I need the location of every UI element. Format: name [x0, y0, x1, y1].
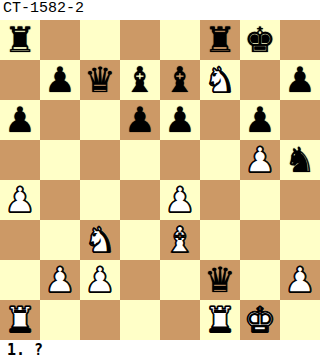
- black-king: ♚: [244, 20, 275, 60]
- square-f3[interactable]: [200, 220, 240, 260]
- square-b6[interactable]: [40, 100, 80, 140]
- square-f8[interactable]: ♜: [200, 20, 240, 60]
- black-pawn: ♟: [44, 60, 75, 100]
- square-f5[interactable]: [200, 140, 240, 180]
- white-knight: ♞: [204, 60, 235, 100]
- square-d5[interactable]: [120, 140, 160, 180]
- white-pawn: ♟: [4, 180, 35, 220]
- square-g3[interactable]: [240, 220, 280, 260]
- square-a7[interactable]: [0, 60, 40, 100]
- puzzle-id: CT-1582-2: [0, 0, 320, 20]
- white-knight: ♞: [84, 220, 115, 260]
- square-g1[interactable]: ♚: [240, 300, 280, 340]
- square-f2[interactable]: ♛: [200, 260, 240, 300]
- black-pawn: ♟: [4, 100, 35, 140]
- square-f6[interactable]: [200, 100, 240, 140]
- white-pawn: ♟: [244, 140, 275, 180]
- square-b3[interactable]: [40, 220, 80, 260]
- square-c7[interactable]: ♛: [80, 60, 120, 100]
- square-g6[interactable]: ♟: [240, 100, 280, 140]
- white-king: ♚: [244, 300, 275, 340]
- square-e5[interactable]: [160, 140, 200, 180]
- black-rook: ♜: [4, 20, 35, 60]
- move-prompt: 1. ?: [0, 340, 320, 360]
- square-h8[interactable]: [280, 20, 320, 60]
- square-b1[interactable]: [40, 300, 80, 340]
- square-d7[interactable]: ♝: [120, 60, 160, 100]
- square-c5[interactable]: [80, 140, 120, 180]
- square-e4[interactable]: ♟: [160, 180, 200, 220]
- square-d1[interactable]: [120, 300, 160, 340]
- square-b2[interactable]: ♟: [40, 260, 80, 300]
- square-h7[interactable]: ♟: [280, 60, 320, 100]
- square-h1[interactable]: [280, 300, 320, 340]
- square-f7[interactable]: ♞: [200, 60, 240, 100]
- square-a2[interactable]: [0, 260, 40, 300]
- square-f4[interactable]: [200, 180, 240, 220]
- square-d8[interactable]: [120, 20, 160, 60]
- square-d4[interactable]: [120, 180, 160, 220]
- square-h3[interactable]: [280, 220, 320, 260]
- white-pawn: ♟: [164, 180, 195, 220]
- square-b4[interactable]: [40, 180, 80, 220]
- square-c2[interactable]: ♟: [80, 260, 120, 300]
- square-g2[interactable]: [240, 260, 280, 300]
- white-rook: ♜: [4, 300, 35, 340]
- black-pawn: ♟: [164, 100, 195, 140]
- square-e6[interactable]: ♟: [160, 100, 200, 140]
- square-g5[interactable]: ♟: [240, 140, 280, 180]
- square-e3[interactable]: ♝: [160, 220, 200, 260]
- square-a4[interactable]: ♟: [0, 180, 40, 220]
- white-bishop: ♝: [164, 220, 195, 260]
- square-e8[interactable]: [160, 20, 200, 60]
- black-rook: ♜: [204, 20, 235, 60]
- square-h6[interactable]: [280, 100, 320, 140]
- black-pawn: ♟: [244, 100, 275, 140]
- square-g8[interactable]: ♚: [240, 20, 280, 60]
- square-g4[interactable]: [240, 180, 280, 220]
- square-d3[interactable]: [120, 220, 160, 260]
- square-a5[interactable]: [0, 140, 40, 180]
- square-a6[interactable]: ♟: [0, 100, 40, 140]
- square-c4[interactable]: [80, 180, 120, 220]
- square-b7[interactable]: ♟: [40, 60, 80, 100]
- square-a1[interactable]: ♜: [0, 300, 40, 340]
- square-c1[interactable]: [80, 300, 120, 340]
- square-e2[interactable]: [160, 260, 200, 300]
- square-c8[interactable]: [80, 20, 120, 60]
- black-pawn: ♟: [284, 60, 315, 100]
- black-queen: ♛: [84, 60, 115, 100]
- white-rook: ♜: [204, 300, 235, 340]
- chess-board: ♜♜♚♟♛♝♝♞♟♟♟♟♟♟♞♟♟♞♝♟♟♛♟♜♜♚: [0, 20, 320, 340]
- square-h5[interactable]: ♞: [280, 140, 320, 180]
- black-bishop: ♝: [124, 60, 155, 100]
- black-bishop: ♝: [164, 60, 195, 100]
- square-b5[interactable]: [40, 140, 80, 180]
- square-a3[interactable]: [0, 220, 40, 260]
- black-pawn: ♟: [124, 100, 155, 140]
- square-a8[interactable]: ♜: [0, 20, 40, 60]
- square-h2[interactable]: ♟: [280, 260, 320, 300]
- square-g7[interactable]: [240, 60, 280, 100]
- black-knight: ♞: [284, 140, 315, 180]
- black-queen: ♛: [204, 260, 235, 300]
- square-b8[interactable]: [40, 20, 80, 60]
- white-pawn: ♟: [84, 260, 115, 300]
- square-c3[interactable]: ♞: [80, 220, 120, 260]
- square-d2[interactable]: [120, 260, 160, 300]
- white-pawn: ♟: [44, 260, 75, 300]
- white-pawn: ♟: [284, 260, 315, 300]
- square-e1[interactable]: [160, 300, 200, 340]
- square-d6[interactable]: ♟: [120, 100, 160, 140]
- square-f1[interactable]: ♜: [200, 300, 240, 340]
- square-e7[interactable]: ♝: [160, 60, 200, 100]
- square-h4[interactable]: [280, 180, 320, 220]
- chess-puzzle-app: CT-1582-2 ♜♜♚♟♛♝♝♞♟♟♟♟♟♟♞♟♟♞♝♟♟♛♟♜♜♚ 1. …: [0, 0, 320, 360]
- square-c6[interactable]: [80, 100, 120, 140]
